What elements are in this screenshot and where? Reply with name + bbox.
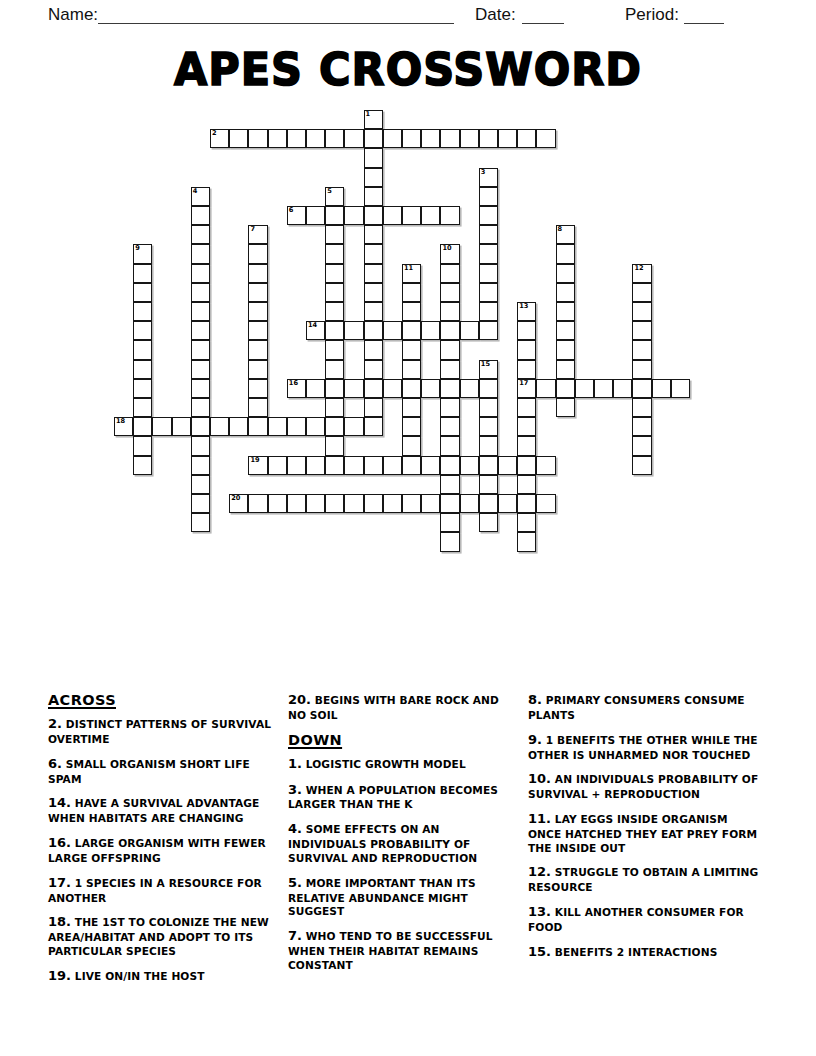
grid-cell-r8c11[interactable]	[325, 264, 344, 283]
grid-cell-r20c7[interactable]	[248, 494, 267, 513]
grid-cell-r8c23[interactable]	[556, 264, 575, 283]
grid-cell-r18c22[interactable]	[536, 456, 555, 475]
grid-cell-r18c9[interactable]	[287, 456, 306, 475]
grid-cell-r18c11[interactable]	[325, 456, 344, 475]
grid-cell-r21c21[interactable]	[517, 513, 536, 532]
clue-across-2: 2. Distinct patterns of survival overtim…	[48, 716, 280, 747]
cell-number-9: 9	[135, 244, 140, 252]
grid-cell-r20c15[interactable]	[402, 494, 421, 513]
clue-text: Live on/in the host	[75, 970, 205, 982]
grid-cell-r14c13[interactable]	[364, 379, 383, 398]
grid-cell-r1c19[interactable]	[479, 129, 498, 148]
grid-cell-r14c25[interactable]	[594, 379, 613, 398]
grid-cell-r18c21[interactable]	[517, 456, 536, 475]
grid-cell-r11c16[interactable]	[421, 321, 440, 340]
clue-across-19: 19. Live on/in the host	[48, 968, 280, 985]
grid-cell-r10c19[interactable]	[479, 302, 498, 321]
clue-number: 12.	[528, 864, 551, 879]
grid-cell-r8c7[interactable]	[248, 264, 267, 283]
grid-cell-r18c17[interactable]	[440, 456, 459, 475]
grid-cell-r15c15[interactable]	[402, 398, 421, 417]
grid-cell-r13c27[interactable]	[632, 360, 651, 379]
grid-cell-r14c4[interactable]	[191, 379, 210, 398]
grid-cell-r16c6[interactable]	[229, 417, 248, 436]
grid-cell-r13c11[interactable]	[325, 360, 344, 379]
grid-cell-r14c14[interactable]	[383, 379, 402, 398]
clue-text: The 1st to colonize the new area/habitat…	[48, 916, 269, 957]
grid-cell-r14c22[interactable]	[536, 379, 555, 398]
grid-cell-r17c27[interactable]	[632, 436, 651, 455]
grid-cell-r16c13[interactable]	[364, 417, 383, 436]
clue-number: 1.	[288, 756, 302, 771]
grid-cell-r15c4[interactable]	[191, 398, 210, 417]
grid-cell-r21c17[interactable]	[440, 513, 459, 532]
clue-number: 9.	[528, 732, 542, 747]
grid-cell-r10c23[interactable]	[556, 302, 575, 321]
grid-cell-r5c4[interactable]	[191, 206, 210, 225]
cell-number-20: 20	[231, 494, 240, 502]
grid-cell-r11c23[interactable]	[556, 321, 575, 340]
clue-number: 18.	[48, 914, 71, 929]
clue-text: More important than its relative abundan…	[288, 877, 476, 918]
grid-cell-r8c1[interactable]	[133, 264, 152, 283]
grid-cell-r9c19[interactable]	[479, 283, 498, 302]
grid-cell-r18c12[interactable]	[344, 456, 363, 475]
grid-cell-r13c1[interactable]	[133, 360, 152, 379]
clue-list-header: Down	[288, 732, 520, 748]
grid-cell-r11c19[interactable]	[479, 321, 498, 340]
grid-cell-r22c17[interactable]	[440, 532, 459, 551]
cell-number-17: 17	[519, 379, 528, 387]
clue-down-11: 11. Lay eggs inside organism once hatche…	[528, 811, 760, 855]
grid-cell-r15c7[interactable]	[248, 398, 267, 417]
grid-cell-r15c11[interactable]	[325, 398, 344, 417]
clue-text: Distinct patterns of survival overtime	[48, 718, 271, 745]
grid-cell-r17c17[interactable]	[440, 436, 459, 455]
grid-cell-r4c4[interactable]: 4	[191, 187, 210, 206]
grid-cell-r12c7[interactable]	[248, 340, 267, 359]
clue-text: Lay eggs inside organism once hatched th…	[528, 813, 757, 854]
clue-across-18: 18. The 1st to colonize the new area/hab…	[48, 914, 280, 958]
grid-cell-r16c7[interactable]	[248, 417, 267, 436]
grid-cell-r14c11[interactable]	[325, 379, 344, 398]
clue-text: An individuals probability of survival +…	[528, 773, 758, 800]
grid-cell-r11c14[interactable]	[383, 321, 402, 340]
grid-cell-r12c15[interactable]	[402, 340, 421, 359]
clue-number: 3.	[288, 782, 302, 797]
grid-cell-r18c14[interactable]	[383, 456, 402, 475]
grid-cell-r12c11[interactable]	[325, 340, 344, 359]
grid-cell-r22c21[interactable]	[517, 532, 536, 551]
clue-down-10: 10. An individuals probability of surviv…	[528, 771, 760, 802]
grid-cell-r8c13[interactable]	[364, 264, 383, 283]
grid-cell-r12c1[interactable]	[133, 340, 152, 359]
grid-cell-r15c13[interactable]	[364, 398, 383, 417]
grid-cell-r16c8[interactable]	[268, 417, 287, 436]
grid-cell-r20c18[interactable]	[460, 494, 479, 513]
clue-number: 13.	[528, 904, 551, 919]
grid-cell-r11c4[interactable]	[191, 321, 210, 340]
clue-text: Struggle to obtain a limiting resource	[528, 866, 758, 893]
clue-text: Small organism short life spam	[48, 758, 250, 785]
grid-cell-r3c19[interactable]: 3	[479, 168, 498, 187]
grid-cell-r15c23[interactable]	[556, 398, 575, 417]
grid-cell-r18c13[interactable]	[364, 456, 383, 475]
grid-cell-r12c17[interactable]	[440, 340, 459, 359]
grid-cell-r1c12[interactable]	[344, 129, 363, 148]
grid-cell-r16c19[interactable]	[479, 417, 498, 436]
grid-cell-r0c13[interactable]: 1	[364, 110, 383, 129]
clue-number: 5.	[288, 875, 302, 890]
grid-cell-r5c19[interactable]	[479, 206, 498, 225]
clue-number: 2.	[48, 716, 62, 731]
grid-cell-r14c1[interactable]	[133, 379, 152, 398]
grid-cell-r14c10[interactable]	[306, 379, 325, 398]
grid-cell-r11c1[interactable]	[133, 321, 152, 340]
clue-down-1: 1. Logistic growth model	[288, 756, 520, 773]
cell-number-1: 1	[366, 110, 371, 118]
grid-cell-r9c1[interactable]	[133, 283, 152, 302]
grid-cell-r15c21[interactable]	[517, 398, 536, 417]
grid-cell-r1c15[interactable]	[402, 129, 421, 148]
grid-cell-r18c1[interactable]	[133, 456, 152, 475]
name-label: Name:	[48, 5, 98, 25]
clue-list-header: Across	[48, 692, 280, 708]
grid-cell-r16c21[interactable]	[517, 417, 536, 436]
clue-number: 15.	[528, 944, 551, 959]
clue-number: 17.	[48, 875, 71, 890]
grid-cell-r1c5[interactable]: 2	[210, 129, 229, 148]
grid-cell-r14c15[interactable]	[402, 379, 421, 398]
grid-cell-r16c11[interactable]	[325, 417, 344, 436]
grid-cell-r12c23[interactable]	[556, 340, 575, 359]
grid-cell-r8c19[interactable]	[479, 264, 498, 283]
grid-cell-r19c21[interactable]	[517, 475, 536, 494]
grid-cell-r7c19[interactable]	[479, 244, 498, 263]
grid-cell-r10c17[interactable]	[440, 302, 459, 321]
grid-cell-r1c6[interactable]	[229, 129, 248, 148]
grid-cell-r13c4[interactable]	[191, 360, 210, 379]
grid-cell-r20c10[interactable]	[306, 494, 325, 513]
clue-text: Kill another consumer for food	[528, 906, 744, 933]
grid-cell-r14c12[interactable]	[344, 379, 363, 398]
grid-cell-r20c11[interactable]	[325, 494, 344, 513]
grid-cell-r16c15[interactable]	[402, 417, 421, 436]
clue-text: Benefits 2 interactions	[555, 946, 718, 958]
grid-cell-r6c7[interactable]: 7	[248, 225, 267, 244]
grid-cell-r7c4[interactable]	[191, 244, 210, 263]
grid-cell-r10c7[interactable]	[248, 302, 267, 321]
grid-cell-r16c12[interactable]	[344, 417, 363, 436]
grid-cell-r16c2[interactable]	[152, 417, 171, 436]
grid-cell-r19c17[interactable]	[440, 475, 459, 494]
grid-cell-r11c11[interactable]	[325, 321, 344, 340]
clue-number: 11.	[528, 811, 551, 826]
grid-cell-r1c17[interactable]	[440, 129, 459, 148]
clue-column-3: 8. Primary consumers consume plants9. 1 …	[528, 692, 760, 970]
grid-cell-r14c27[interactable]	[632, 379, 651, 398]
grid-cell-r11c10[interactable]: 14	[306, 321, 325, 340]
grid-cell-r10c1[interactable]	[133, 302, 152, 321]
grid-cell-r4c19[interactable]	[479, 187, 498, 206]
grid-cell-r16c0[interactable]: 18	[114, 417, 133, 436]
grid-cell-r19c19[interactable]	[479, 475, 498, 494]
grid-cell-r14c28[interactable]	[652, 379, 671, 398]
grid-cell-r11c27[interactable]	[632, 321, 651, 340]
grid-cell-r9c4[interactable]	[191, 283, 210, 302]
grid-cell-r15c19[interactable]	[479, 398, 498, 417]
page-title: APES CROSSWORD	[0, 43, 816, 95]
grid-cell-r20c9[interactable]	[287, 494, 306, 513]
grid-cell-r19c4[interactable]	[191, 475, 210, 494]
grid-cell-r14c21[interactable]: 17	[517, 379, 536, 398]
grid-cell-r18c7[interactable]: 19	[248, 456, 267, 475]
grid-cell-r17c11[interactable]	[325, 436, 344, 455]
grid-cell-r14c24[interactable]	[575, 379, 594, 398]
date-blank-line[interactable]	[522, 8, 564, 24]
grid-cell-r17c1[interactable]	[133, 436, 152, 455]
grid-cell-r11c17[interactable]	[440, 321, 459, 340]
clue-down-7: 7. Who tend to be successful when their …	[288, 928, 520, 972]
grid-cell-r16c4[interactable]	[191, 417, 210, 436]
clue-number: 7.	[288, 928, 302, 943]
grid-cell-r18c15[interactable]	[402, 456, 421, 475]
grid-cell-r14c29[interactable]	[671, 379, 690, 398]
clue-column-1: Across2. Distinct patterns of survival o…	[48, 692, 280, 994]
grid-cell-r10c11[interactable]	[325, 302, 344, 321]
grid-cell-r14c18[interactable]	[460, 379, 479, 398]
grid-cell-r1c11[interactable]	[325, 129, 344, 148]
grid-cell-r5c14[interactable]	[383, 206, 402, 225]
grid-cell-r7c23[interactable]	[556, 244, 575, 263]
grid-cell-r6c13[interactable]	[364, 225, 383, 244]
grid-cell-r7c7[interactable]	[248, 244, 267, 263]
grid-cell-r7c1[interactable]: 9	[133, 244, 152, 263]
clue-text: Who tend to be successful when their hab…	[288, 930, 493, 971]
grid-cell-r14c23[interactable]	[556, 379, 575, 398]
grid-cell-r12c4[interactable]	[191, 340, 210, 359]
grid-cell-r1c8[interactable]	[268, 129, 287, 148]
grid-cell-r7c17[interactable]: 10	[440, 244, 459, 263]
cell-number-18: 18	[116, 417, 125, 425]
grid-cell-r8c15[interactable]: 11	[402, 264, 421, 283]
cell-number-8: 8	[558, 225, 563, 233]
cell-number-16: 16	[289, 379, 298, 387]
grid-cell-r5c10[interactable]	[306, 206, 325, 225]
cell-number-12: 12	[634, 264, 643, 272]
grid-cell-r6c23[interactable]: 8	[556, 225, 575, 244]
period-label: Period:	[625, 5, 679, 25]
grid-cell-r9c15[interactable]	[402, 283, 421, 302]
grid-cell-r17c4[interactable]	[191, 436, 210, 455]
grid-cell-r20c13[interactable]	[364, 494, 383, 513]
grid-cell-r15c27[interactable]	[632, 398, 651, 417]
grid-cell-r14c17[interactable]	[440, 379, 459, 398]
grid-cell-r1c9[interactable]	[287, 129, 306, 148]
grid-cell-r5c15[interactable]	[402, 206, 421, 225]
grid-cell-r4c11[interactable]: 5	[325, 187, 344, 206]
grid-cell-r20c16[interactable]	[421, 494, 440, 513]
grid-cell-r14c9[interactable]: 16	[287, 379, 306, 398]
grid-cell-r15c17[interactable]	[440, 398, 459, 417]
grid-cell-r9c17[interactable]	[440, 283, 459, 302]
cell-number-14: 14	[308, 321, 317, 329]
grid-cell-r13c13[interactable]	[364, 360, 383, 379]
cell-number-6: 6	[289, 206, 294, 214]
grid-cell-r1c18[interactable]	[460, 129, 479, 148]
cell-number-15: 15	[481, 360, 490, 368]
grid-cell-r9c11[interactable]	[325, 283, 344, 302]
grid-cell-r10c13[interactable]	[364, 302, 383, 321]
grid-cell-r1c10[interactable]	[306, 129, 325, 148]
cell-number-10: 10	[442, 244, 451, 252]
grid-cell-r20c12[interactable]	[344, 494, 363, 513]
grid-cell-r10c4[interactable]	[191, 302, 210, 321]
clue-across-16: 16. Large organism with fewer large offs…	[48, 835, 280, 866]
clue-text: Have a survival advantage when habitats …	[48, 797, 259, 824]
grid-cell-r5c17[interactable]	[440, 206, 459, 225]
grid-cell-r20c19[interactable]	[479, 494, 498, 513]
clue-down-3: 3. When a population becomes larger than…	[288, 782, 520, 813]
grid-cell-r16c1[interactable]	[133, 417, 152, 436]
date-label: Date:	[475, 5, 516, 25]
grid-cell-r10c27[interactable]	[632, 302, 651, 321]
grid-cell-r13c15[interactable]	[402, 360, 421, 379]
clue-down-8: 8. Primary consumers consume plants	[528, 692, 760, 723]
cell-number-13: 13	[519, 302, 528, 310]
grid-cell-r1c22[interactable]	[536, 129, 555, 148]
grid-cell-r12c13[interactable]	[364, 340, 383, 359]
grid-cell-r16c27[interactable]	[632, 417, 651, 436]
grid-cell-r17c19[interactable]	[479, 436, 498, 455]
grid-cell-r12c27[interactable]	[632, 340, 651, 359]
grid-cell-r9c23[interactable]	[556, 283, 575, 302]
grid-cell-r20c21[interactable]	[517, 494, 536, 513]
grid-cell-r1c14[interactable]	[383, 129, 402, 148]
grid-cell-r14c19[interactable]	[479, 379, 498, 398]
clue-number: 14.	[48, 795, 71, 810]
grid-cell-r9c27[interactable]	[632, 283, 651, 302]
grid-cell-r20c4[interactable]	[191, 494, 210, 513]
grid-cell-r9c7[interactable]	[248, 283, 267, 302]
clue-text: Begins with bare rock and no soil	[288, 694, 499, 721]
grid-cell-r6c19[interactable]	[479, 225, 498, 244]
grid-cell-r1c20[interactable]	[498, 129, 517, 148]
grid-cell-r8c4[interactable]	[191, 264, 210, 283]
grid-cell-r1c13[interactable]	[364, 129, 383, 148]
grid-cell-r13c23[interactable]	[556, 360, 575, 379]
name-blank-line[interactable]	[98, 8, 454, 24]
grid-cell-r18c4[interactable]	[191, 456, 210, 475]
grid-cell-r9c13[interactable]	[364, 283, 383, 302]
grid-cell-r14c26[interactable]	[613, 379, 632, 398]
clue-number: 16.	[48, 835, 71, 850]
clue-number: 8.	[528, 692, 542, 707]
clue-text: Some effects on an individuals probabili…	[288, 823, 477, 864]
grid-cell-r11c15[interactable]	[402, 321, 421, 340]
grid-cell-r5c16[interactable]	[421, 206, 440, 225]
grid-cell-r20c8[interactable]	[268, 494, 287, 513]
grid-cell-r5c9[interactable]: 6	[287, 206, 306, 225]
grid-cell-r17c15[interactable]	[402, 436, 421, 455]
clue-across-14: 14. Have a survival advantage when habit…	[48, 795, 280, 826]
grid-cell-r20c20[interactable]	[498, 494, 517, 513]
grid-cell-r14c16[interactable]	[421, 379, 440, 398]
grid-cell-r16c9[interactable]	[287, 417, 306, 436]
grid-cell-r8c27[interactable]: 12	[632, 264, 651, 283]
grid-cell-r3c13[interactable]	[364, 168, 383, 187]
clue-text: When a population becomes larger than th…	[288, 784, 498, 811]
grid-cell-r18c27[interactable]	[632, 456, 651, 475]
grid-cell-r4c13[interactable]	[364, 187, 383, 206]
cell-number-3: 3	[481, 168, 486, 176]
grid-cell-r5c12[interactable]	[344, 206, 363, 225]
grid-cell-r1c16[interactable]	[421, 129, 440, 148]
grid-cell-r20c14[interactable]	[383, 494, 402, 513]
grid-cell-r16c3[interactable]	[172, 417, 191, 436]
grid-cell-r21c4[interactable]	[191, 513, 210, 532]
cell-number-11: 11	[404, 264, 413, 272]
grid-cell-r11c12[interactable]	[344, 321, 363, 340]
clue-text: Primary consumers consume plants	[528, 694, 745, 721]
grid-cell-r2c13[interactable]	[364, 148, 383, 167]
grid-cell-r1c21[interactable]	[517, 129, 536, 148]
grid-cell-r18c19[interactable]	[479, 456, 498, 475]
grid-cell-r10c21[interactable]: 13	[517, 302, 536, 321]
grid-cell-r12c21[interactable]	[517, 340, 536, 359]
grid-cell-r13c19[interactable]: 15	[479, 360, 498, 379]
clue-down-13: 13. Kill another consumer for food	[528, 904, 760, 935]
grid-cell-r20c17[interactable]	[440, 494, 459, 513]
grid-cell-r11c7[interactable]	[248, 321, 267, 340]
grid-cell-r15c1[interactable]	[133, 398, 152, 417]
grid-cell-r6c11[interactable]	[325, 225, 344, 244]
grid-cell-r14c7[interactable]	[248, 379, 267, 398]
grid-cell-r1c7[interactable]	[248, 129, 267, 148]
grid-cell-r20c22[interactable]	[536, 494, 555, 513]
period-blank-line[interactable]	[684, 8, 724, 24]
grid-cell-r18c16[interactable]	[421, 456, 440, 475]
grid-cell-r7c11[interactable]	[325, 244, 344, 263]
grid-cell-r13c17[interactable]	[440, 360, 459, 379]
clue-down-15: 15. Benefits 2 interactions	[528, 944, 760, 961]
grid-cell-r18c10[interactable]	[306, 456, 325, 475]
grid-cell-r18c18[interactable]	[460, 456, 479, 475]
clue-across-6: 6. Small organism short life spam	[48, 756, 280, 787]
grid-cell-r11c13[interactable]	[364, 321, 383, 340]
grid-cell-r11c21[interactable]	[517, 321, 536, 340]
grid-cell-r5c11[interactable]	[325, 206, 344, 225]
grid-cell-r16c10[interactable]	[306, 417, 325, 436]
grid-cell-r11c18[interactable]	[460, 321, 479, 340]
grid-cell-r16c17[interactable]	[440, 417, 459, 436]
grid-cell-r16c5[interactable]	[210, 417, 229, 436]
grid-cell-r5c13[interactable]	[364, 206, 383, 225]
grid-cell-r21c19[interactable]	[479, 513, 498, 532]
grid-cell-r13c7[interactable]	[248, 360, 267, 379]
grid-cell-r18c20[interactable]	[498, 456, 517, 475]
grid-cell-r6c4[interactable]	[191, 225, 210, 244]
grid-cell-r10c15[interactable]	[402, 302, 421, 321]
grid-cell-r17c21[interactable]	[517, 436, 536, 455]
cell-number-7: 7	[250, 225, 255, 233]
grid-cell-r20c6[interactable]: 20	[229, 494, 248, 513]
grid-cell-r8c17[interactable]	[440, 264, 459, 283]
grid-cell-r7c13[interactable]	[364, 244, 383, 263]
grid-cell-r18c8[interactable]	[268, 456, 287, 475]
grid-cell-r13c21[interactable]	[517, 360, 536, 379]
clue-text: 1 species in a resource for another	[48, 877, 262, 904]
